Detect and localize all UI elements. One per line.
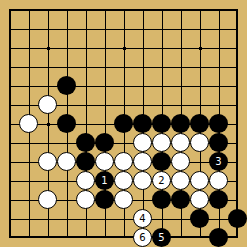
go-stone-white [38, 190, 57, 209]
go-stone-black [209, 228, 228, 247]
go-stone-black [57, 76, 76, 95]
go-stone-black [190, 114, 209, 133]
go-stone-white-2: 2 [152, 171, 171, 190]
go-stone-white-6: 6 [133, 228, 152, 247]
go-stone-white [133, 171, 152, 190]
go-stone-white [190, 133, 209, 152]
go-stone-black-3: 3 [209, 152, 228, 171]
go-stone-white [114, 171, 133, 190]
go-stone-white [171, 133, 190, 152]
go-stone-white [95, 152, 114, 171]
go-stone-black [171, 190, 190, 209]
go-stone-black [171, 114, 190, 133]
go-stone-black [76, 152, 95, 171]
go-stone-black [114, 114, 133, 133]
go-stone-black [209, 190, 228, 209]
go-stone-white [133, 152, 152, 171]
go-stone-white [209, 171, 228, 190]
go-stone-white-4: 4 [133, 209, 152, 228]
go-stone-white [38, 152, 57, 171]
go-stone-white [57, 152, 76, 171]
go-stone-black [190, 209, 209, 228]
go-stone-black [152, 114, 171, 133]
go-stone-black-5: 5 [152, 228, 171, 247]
go-stone-white [190, 171, 209, 190]
go-board: 312465 [0, 0, 247, 247]
go-stone-black [95, 133, 114, 152]
go-stone-white [76, 190, 95, 209]
go-stone-white [19, 114, 38, 133]
go-stone-black [228, 209, 247, 228]
go-stone-white [133, 133, 152, 152]
go-stone-black [209, 114, 228, 133]
go-stone-black [152, 152, 171, 171]
go-stone-black [57, 114, 76, 133]
go-stone-white [38, 95, 57, 114]
go-stone-black-1: 1 [95, 171, 114, 190]
go-stone-white [114, 152, 133, 171]
go-stone-white [171, 171, 190, 190]
go-stone-black [133, 114, 152, 133]
go-stone-black [152, 190, 171, 209]
go-stone-white [171, 152, 190, 171]
go-stone-white [190, 190, 209, 209]
go-stone-black [95, 190, 114, 209]
go-stone-black [76, 133, 95, 152]
go-stone-white [114, 190, 133, 209]
go-stone-white [76, 171, 95, 190]
go-diagram: 312465 [0, 0, 247, 247]
go-stone-black [209, 133, 228, 152]
go-stone-white [152, 133, 171, 152]
